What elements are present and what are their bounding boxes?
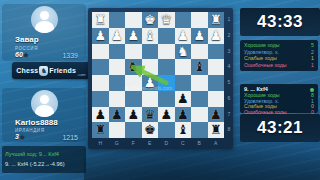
square-e3[interactable] <box>142 44 159 60</box>
square-b7[interactable] <box>191 107 208 123</box>
piece-white-pawn[interactable]: ♟ <box>92 28 109 44</box>
square-a8[interactable]: ♜ <box>208 122 225 138</box>
square-a2[interactable]: ♟ <box>208 28 225 44</box>
quality-value: 1 <box>311 62 314 69</box>
file-label-f: F <box>125 139 142 148</box>
square-e4[interactable] <box>142 59 159 75</box>
piece-black-pawn[interactable]: ♟ <box>92 107 109 123</box>
square-f8[interactable] <box>125 122 142 138</box>
piece-black-knight[interactable]: ♞ <box>125 59 142 75</box>
shield-knight-icon: ♞ <box>39 66 48 76</box>
clock-bottom: 43:21 <box>240 114 320 142</box>
background-shade <box>84 146 320 180</box>
square-a4[interactable] <box>208 59 225 75</box>
board-squares: ♜♚♛♜♟♟♟♝♟♟♟♞♞♝♟♟♟♟♟♛♟♟♟♜♚♝♜ <box>92 12 224 138</box>
square-a5[interactable] <box>208 75 225 91</box>
square-b5[interactable] <box>191 75 208 91</box>
rank-label-1: 1 <box>225 12 233 28</box>
piece-white-pawn[interactable]: ♟ <box>175 28 192 44</box>
avatar <box>31 90 58 117</box>
square-e8[interactable]: ♚ <box>142 122 159 138</box>
piece-black-pawn[interactable]: ♟ <box>158 107 175 123</box>
quality-row: Слабые ходы1 <box>244 55 314 62</box>
quality-value: 5 <box>311 42 314 49</box>
square-c6[interactable]: ♟ <box>175 91 192 107</box>
app-window: Завар РОССИЯ 60★ 1339 Chess ♞ Friends .c… <box>0 0 320 180</box>
piece-white-king[interactable]: ♚ <box>142 12 159 28</box>
square-b3[interactable] <box>191 44 208 60</box>
rank-label-5: 5 <box>225 75 233 91</box>
square-f5[interactable] <box>125 75 142 91</box>
logo-text-2: Friends <box>49 67 76 74</box>
clock-top: 43:33 <box>240 8 320 36</box>
star-icon: ★ <box>23 51 29 58</box>
logo-suffix: .com <box>77 72 86 77</box>
file-label-c: C <box>175 139 192 148</box>
best-move-line: Лучший ход: 9... Кxf4 <box>5 149 83 159</box>
avatar <box>31 6 58 33</box>
player-stars: 60★ <box>15 51 29 59</box>
square-a3[interactable] <box>208 44 225 60</box>
square-d3[interactable] <box>158 44 175 60</box>
rank-label-2: 2 <box>225 28 233 44</box>
quality-label: Ошибочные ходы <box>244 62 287 69</box>
rank-label-4: 4 <box>225 59 233 75</box>
piece-black-queen[interactable]: ♛ <box>142 107 159 123</box>
square-d8[interactable] <box>158 122 175 138</box>
piece-white-pawn[interactable]: ♟ <box>191 28 208 44</box>
square-a7[interactable]: ♟ <box>208 107 225 123</box>
square-b2[interactable]: ♟ <box>191 28 208 44</box>
quality-label: Слабые ходы <box>244 55 277 62</box>
square-e7[interactable]: ♛ <box>142 107 159 123</box>
square-b8[interactable] <box>191 122 208 138</box>
square-a6[interactable] <box>208 91 225 107</box>
square-d5[interactable] <box>158 75 175 91</box>
square-f2[interactable]: ♟ <box>125 28 142 44</box>
square-e1[interactable]: ♚ <box>142 12 159 28</box>
square-g5[interactable] <box>109 75 126 91</box>
file-label-e: E <box>142 139 159 148</box>
piece-white-knight[interactable]: ♞ <box>175 44 192 60</box>
square-c7[interactable]: ♟ <box>175 107 192 123</box>
square-h4[interactable] <box>92 59 109 75</box>
player-card-top[interactable]: Завар РОССИЯ 60★ 1339 <box>2 4 86 61</box>
square-a1[interactable]: ♜ <box>208 12 225 28</box>
black-move-quality-panel: 9. ... Кxf4 Хорошие ходы8Удовлетвор. х.1… <box>240 84 318 113</box>
square-g4[interactable] <box>109 59 126 75</box>
square-f3[interactable] <box>125 44 142 60</box>
rank-label-8: 8 <box>225 122 233 138</box>
player-name: Завар <box>15 35 39 44</box>
last-move-eval-line: 9. ... Кxf4 (-5.22→-4.96) <box>5 159 83 169</box>
square-e6[interactable] <box>142 91 159 107</box>
square-f4[interactable]: ♞ <box>125 59 142 75</box>
square-h7[interactable]: ♟ <box>92 107 109 123</box>
file-label-b: B <box>191 139 208 148</box>
quality-value: 1 <box>311 55 314 62</box>
piece-black-bishop[interactable]: ♝ <box>191 59 208 75</box>
square-f6[interactable] <box>125 91 142 107</box>
piece-black-pawn[interactable]: ♟ <box>208 107 225 123</box>
rank-labels: 12345678 <box>225 12 233 138</box>
file-label-a: A <box>208 139 225 148</box>
piece-black-rook[interactable]: ♜ <box>208 122 225 138</box>
chess-board: ♜♚♛♜♟♟♟♝♟♟♟♞♞♝♟♟♟♟♟♛♟♟♟♜♚♝♜ ♞ ChessFrien… <box>88 8 233 149</box>
piece-black-pawn[interactable]: ♟ <box>109 107 126 123</box>
piece-white-pawn[interactable]: ♟ <box>142 75 159 91</box>
star-icon: ★ <box>19 133 25 140</box>
square-d6[interactable] <box>158 91 175 107</box>
square-g3[interactable] <box>109 44 126 60</box>
player-card-bottom[interactable]: Karlos8888 ИРЛАНДИЯ 3★ 1215 <box>2 88 86 142</box>
piece-white-pawn[interactable]: ♟ <box>109 28 126 44</box>
player-stars: 3★ <box>15 133 25 141</box>
quality-row: Удовлетвор. х.2 <box>244 49 314 56</box>
piece-black-pawn[interactable]: ♟ <box>175 107 192 123</box>
square-e5[interactable]: ♟ <box>142 75 159 91</box>
player-rating: 1339 <box>62 52 78 59</box>
rank-label-6: 6 <box>225 91 233 107</box>
piece-black-pawn[interactable]: ♟ <box>175 91 192 107</box>
piece-black-king[interactable]: ♚ <box>142 122 159 138</box>
square-h1[interactable]: ♜ <box>92 12 109 28</box>
move-quality-dot <box>310 88 314 92</box>
square-b6[interactable] <box>191 91 208 107</box>
file-label-h: H <box>92 139 109 148</box>
piece-black-bishop[interactable]: ♝ <box>175 122 192 138</box>
square-g2[interactable]: ♟ <box>109 28 126 44</box>
file-label-g: G <box>109 139 126 148</box>
white-move-quality-panel: Хорошие ходы5Удовлетвор. х.2Слабые ходы1… <box>240 40 318 71</box>
site-logo[interactable]: Chess ♞ Friends .com <box>12 62 90 79</box>
square-g1[interactable] <box>109 12 126 28</box>
piece-white-rook[interactable]: ♜ <box>92 12 109 28</box>
rank-label-7: 7 <box>225 107 233 123</box>
square-d2[interactable] <box>158 28 175 44</box>
square-h3[interactable] <box>92 44 109 60</box>
square-c5[interactable] <box>175 75 192 91</box>
square-h5[interactable] <box>92 75 109 91</box>
quality-value: 2 <box>311 49 314 56</box>
square-b4[interactable]: ♝ <box>191 59 208 75</box>
player-rating: 1215 <box>62 134 78 141</box>
piece-white-rook[interactable]: ♜ <box>208 12 225 28</box>
player-name: Karlos8888 <box>15 118 58 127</box>
square-c1[interactable] <box>175 12 192 28</box>
square-c4[interactable] <box>175 59 192 75</box>
square-d7[interactable]: ♟ <box>158 107 175 123</box>
piece-black-pawn[interactable]: ♟ <box>125 107 142 123</box>
square-f1[interactable] <box>125 12 142 28</box>
piece-white-pawn[interactable]: ♟ <box>208 28 225 44</box>
square-g6[interactable] <box>109 91 126 107</box>
piece-black-rook[interactable]: ♜ <box>92 122 109 138</box>
square-h2[interactable]: ♟ <box>92 28 109 44</box>
quality-label: Удовлетвор. х. <box>244 49 279 56</box>
square-c8[interactable]: ♝ <box>175 122 192 138</box>
file-label-d: D <box>158 139 175 148</box>
piece-white-bishop[interactable]: ♝ <box>142 28 159 44</box>
analysis-panel: Лучший ход: 9... Кxf4 9. ... Кxf4 (-5.22… <box>2 146 86 173</box>
quality-row: Хорошие ходы5 <box>244 42 314 49</box>
piece-white-queen[interactable]: ♛ <box>158 12 175 28</box>
quality-row: Ошибочные ходы1 <box>244 62 314 69</box>
square-g8[interactable] <box>109 122 126 138</box>
square-d4[interactable] <box>158 59 175 75</box>
square-b1[interactable] <box>191 12 208 28</box>
square-g7[interactable]: ♟ <box>109 107 126 123</box>
logo-text-1: Chess <box>16 67 38 74</box>
piece-white-pawn[interactable]: ♟ <box>125 28 142 44</box>
square-h8[interactable]: ♜ <box>92 122 109 138</box>
square-f7[interactable]: ♟ <box>125 107 142 123</box>
rank-label-3: 3 <box>225 44 233 60</box>
file-labels: HGFEDCBA <box>92 139 224 148</box>
quality-label: Хорошие ходы <box>244 42 280 49</box>
square-h6[interactable] <box>92 91 109 107</box>
square-e2[interactable]: ♝ <box>142 28 159 44</box>
square-d1[interactable]: ♛ <box>158 12 175 28</box>
square-c3[interactable]: ♞ <box>175 44 192 60</box>
square-c2[interactable]: ♟ <box>175 28 192 44</box>
